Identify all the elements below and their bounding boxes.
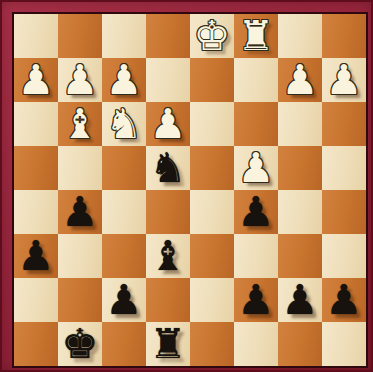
piece-wR-c1[interactable]: ♜ bbox=[238, 14, 275, 58]
piece-bP-f7[interactable]: ♟ bbox=[106, 278, 143, 322]
square-d5[interactable] bbox=[190, 190, 234, 234]
piece-bN-e4[interactable]: ♞ bbox=[150, 146, 187, 190]
piece-bP-a7[interactable]: ♟ bbox=[326, 278, 363, 322]
piece-bP-c5[interactable]: ♟ bbox=[238, 190, 275, 234]
square-c7[interactable]: ♟ bbox=[234, 278, 278, 322]
square-d2[interactable] bbox=[190, 58, 234, 102]
piece-bP-c7[interactable]: ♟ bbox=[238, 278, 275, 322]
square-f6[interactable] bbox=[102, 234, 146, 278]
square-d8[interactable] bbox=[190, 322, 234, 366]
piece-wP-e3[interactable]: ♟ bbox=[150, 102, 187, 146]
square-h6[interactable]: ♟ bbox=[14, 234, 58, 278]
square-a8[interactable] bbox=[322, 322, 366, 366]
square-h3[interactable] bbox=[14, 102, 58, 146]
square-a3[interactable] bbox=[322, 102, 366, 146]
piece-wP-f2[interactable]: ♟ bbox=[106, 58, 143, 102]
square-c4[interactable]: ♟ bbox=[234, 146, 278, 190]
square-c1[interactable]: ♜ bbox=[234, 14, 278, 58]
square-c2[interactable] bbox=[234, 58, 278, 102]
square-d7[interactable] bbox=[190, 278, 234, 322]
square-c3[interactable] bbox=[234, 102, 278, 146]
square-f7[interactable]: ♟ bbox=[102, 278, 146, 322]
piece-bP-b7[interactable]: ♟ bbox=[282, 278, 319, 322]
square-d3[interactable] bbox=[190, 102, 234, 146]
square-d4[interactable] bbox=[190, 146, 234, 190]
piece-bK-g8[interactable]: ♚ bbox=[62, 322, 99, 366]
piece-bB-e6[interactable]: ♝ bbox=[150, 234, 187, 278]
square-g3[interactable]: ♝ bbox=[58, 102, 102, 146]
chess-board: ♚♜♟♟♟♟♟♝♞♟♞♟♟♟♟♝♟♟♟♟♚♜ bbox=[14, 14, 366, 366]
square-f5[interactable] bbox=[102, 190, 146, 234]
square-a7[interactable]: ♟ bbox=[322, 278, 366, 322]
square-h4[interactable] bbox=[14, 146, 58, 190]
square-f4[interactable] bbox=[102, 146, 146, 190]
square-f8[interactable] bbox=[102, 322, 146, 366]
piece-wP-b2[interactable]: ♟ bbox=[282, 58, 319, 102]
square-b6[interactable] bbox=[278, 234, 322, 278]
piece-wP-h2[interactable]: ♟ bbox=[18, 58, 55, 102]
square-g2[interactable]: ♟ bbox=[58, 58, 102, 102]
square-e2[interactable] bbox=[146, 58, 190, 102]
piece-wP-g2[interactable]: ♟ bbox=[62, 58, 99, 102]
square-f2[interactable]: ♟ bbox=[102, 58, 146, 102]
square-c8[interactable] bbox=[234, 322, 278, 366]
square-g6[interactable] bbox=[58, 234, 102, 278]
square-h1[interactable] bbox=[14, 14, 58, 58]
square-d6[interactable] bbox=[190, 234, 234, 278]
square-b3[interactable] bbox=[278, 102, 322, 146]
square-b8[interactable] bbox=[278, 322, 322, 366]
square-h8[interactable] bbox=[14, 322, 58, 366]
piece-wN-f3[interactable]: ♞ bbox=[106, 102, 143, 146]
piece-bP-h6[interactable]: ♟ bbox=[18, 234, 55, 278]
square-a6[interactable] bbox=[322, 234, 366, 278]
square-h2[interactable]: ♟ bbox=[14, 58, 58, 102]
square-b1[interactable] bbox=[278, 14, 322, 58]
square-g5[interactable]: ♟ bbox=[58, 190, 102, 234]
square-b2[interactable]: ♟ bbox=[278, 58, 322, 102]
square-e8[interactable]: ♜ bbox=[146, 322, 190, 366]
square-a1[interactable] bbox=[322, 14, 366, 58]
square-b4[interactable] bbox=[278, 146, 322, 190]
square-a5[interactable] bbox=[322, 190, 366, 234]
square-a2[interactable]: ♟ bbox=[322, 58, 366, 102]
square-g1[interactable] bbox=[58, 14, 102, 58]
square-c6[interactable] bbox=[234, 234, 278, 278]
square-e1[interactable] bbox=[146, 14, 190, 58]
square-f1[interactable] bbox=[102, 14, 146, 58]
square-h7[interactable] bbox=[14, 278, 58, 322]
square-a4[interactable] bbox=[322, 146, 366, 190]
square-d1[interactable]: ♚ bbox=[190, 14, 234, 58]
board-frame: ♚♜♟♟♟♟♟♝♞♟♞♟♟♟♟♝♟♟♟♟♚♜ bbox=[0, 0, 373, 372]
piece-wP-a2[interactable]: ♟ bbox=[326, 58, 363, 102]
square-g8[interactable]: ♚ bbox=[58, 322, 102, 366]
square-e3[interactable]: ♟ bbox=[146, 102, 190, 146]
piece-bP-g5[interactable]: ♟ bbox=[62, 190, 99, 234]
square-e7[interactable] bbox=[146, 278, 190, 322]
square-b7[interactable]: ♟ bbox=[278, 278, 322, 322]
square-c5[interactable]: ♟ bbox=[234, 190, 278, 234]
square-e4[interactable]: ♞ bbox=[146, 146, 190, 190]
square-b5[interactable] bbox=[278, 190, 322, 234]
square-g7[interactable] bbox=[58, 278, 102, 322]
square-e5[interactable] bbox=[146, 190, 190, 234]
square-e6[interactable]: ♝ bbox=[146, 234, 190, 278]
piece-bR-e8[interactable]: ♜ bbox=[150, 322, 187, 366]
square-h5[interactable] bbox=[14, 190, 58, 234]
piece-wB-g3[interactable]: ♝ bbox=[62, 102, 99, 146]
piece-wP-c4[interactable]: ♟ bbox=[238, 146, 275, 190]
square-g4[interactable] bbox=[58, 146, 102, 190]
piece-wK-d1[interactable]: ♚ bbox=[194, 14, 231, 58]
square-f3[interactable]: ♞ bbox=[102, 102, 146, 146]
